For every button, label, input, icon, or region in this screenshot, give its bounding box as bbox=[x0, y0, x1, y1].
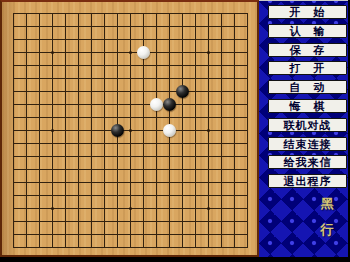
open-button[interactable]: 打 开 bbox=[268, 61, 347, 75]
gomoku-app-window: 开 始 认 输 保 存 打 开 自 动 悔 棋 联机对战 结束连接 给我来信 退… bbox=[0, 0, 350, 262]
star-point bbox=[129, 129, 132, 132]
grid-line-v bbox=[247, 13, 248, 248]
end-connection-button[interactable]: 结束连接 bbox=[268, 137, 347, 151]
sidebar: 开 始 认 输 保 存 打 开 自 动 悔 棋 联机对战 结束连接 给我来信 退… bbox=[259, 0, 348, 257]
grid-line-h bbox=[13, 169, 248, 170]
resign-button[interactable]: 认 输 bbox=[268, 24, 347, 38]
black-stone bbox=[176, 85, 189, 98]
star-point bbox=[51, 129, 54, 132]
save-button[interactable]: 保 存 bbox=[268, 43, 347, 57]
grid-line-v bbox=[234, 13, 235, 248]
white-stone bbox=[150, 98, 163, 111]
board-grid bbox=[2, 2, 257, 255]
auto-button[interactable]: 自 动 bbox=[268, 80, 347, 94]
network-play-button[interactable]: 联机对战 bbox=[268, 118, 347, 132]
status-char-move: 行 bbox=[317, 217, 337, 243]
star-point bbox=[129, 207, 132, 210]
grid-line-v bbox=[156, 13, 157, 248]
star-point bbox=[51, 207, 54, 210]
black-stone bbox=[111, 124, 124, 137]
star-point bbox=[51, 51, 54, 54]
star-point bbox=[129, 51, 132, 54]
undo-move-button[interactable]: 悔 棋 bbox=[268, 99, 347, 113]
grid-line-h bbox=[13, 234, 248, 235]
star-point bbox=[207, 51, 210, 54]
grid-line-h bbox=[13, 156, 248, 157]
white-stone bbox=[163, 124, 176, 137]
grid-line-h bbox=[13, 195, 248, 196]
go-board[interactable] bbox=[0, 0, 259, 257]
grid-line-v bbox=[182, 13, 183, 248]
grid-line-h bbox=[13, 143, 248, 144]
exit-program-button[interactable]: 退出程序 bbox=[268, 174, 347, 188]
grid-line-v bbox=[221, 13, 222, 248]
window-bottom-strip bbox=[0, 257, 350, 262]
star-point bbox=[207, 207, 210, 210]
white-stone bbox=[137, 46, 150, 59]
grid-line-h bbox=[13, 182, 248, 183]
grid-line-v bbox=[195, 13, 196, 248]
start-button[interactable]: 开 始 bbox=[268, 5, 347, 19]
grid-line-h bbox=[13, 247, 248, 248]
turn-status-black-to-move: 黑 行 bbox=[317, 191, 337, 243]
contact-me-button[interactable]: 给我来信 bbox=[268, 155, 347, 169]
black-stone bbox=[163, 98, 176, 111]
grid-line-h bbox=[13, 221, 248, 222]
status-char-black: 黑 bbox=[317, 191, 337, 217]
star-point bbox=[207, 129, 210, 132]
